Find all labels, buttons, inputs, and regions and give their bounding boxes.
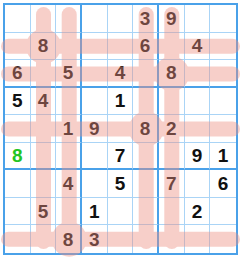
cell-r1c3[interactable] (56, 5, 82, 33)
cell-r6c6[interactable] (133, 143, 159, 171)
cell-r9c5[interactable] (108, 225, 134, 253)
cell-r5c7[interactable]: 2 (159, 115, 185, 143)
cell-r9c9[interactable] (210, 225, 236, 253)
cell-r8c8[interactable]: 2 (185, 198, 211, 226)
cell-r1c5[interactable] (108, 5, 134, 33)
cell-r8c2[interactable]: 5 (31, 198, 57, 226)
cell-r3c1[interactable]: 6 (5, 60, 31, 88)
cell-r6c4[interactable] (82, 143, 108, 171)
cell-r9c6[interactable] (133, 225, 159, 253)
cell-r7c7[interactable]: 7 (159, 170, 185, 198)
cell-r8c5[interactable] (108, 198, 134, 226)
cell-r6c1[interactable]: 8 (5, 143, 31, 171)
cell-r4c2[interactable]: 4 (31, 88, 57, 116)
cell-r9c2[interactable] (31, 225, 57, 253)
cell-r2c5[interactable] (108, 33, 134, 61)
cell-r6c9[interactable]: 1 (210, 143, 236, 171)
cell-r2c6[interactable]: 6 (133, 33, 159, 61)
cell-r2c2[interactable]: 8 (31, 33, 57, 61)
cell-r5c1[interactable] (5, 115, 31, 143)
sudoku-grid: 39864654854119828791457651283 (5, 5, 236, 253)
cell-r8c9[interactable] (210, 198, 236, 226)
cell-r9c8[interactable] (185, 225, 211, 253)
cell-r3c3[interactable]: 5 (56, 60, 82, 88)
cell-r3c6[interactable] (133, 60, 159, 88)
cell-r5c5[interactable] (108, 115, 134, 143)
cell-r9c4[interactable]: 3 (82, 225, 108, 253)
cell-r3c4[interactable] (82, 60, 108, 88)
cell-r4c1[interactable]: 5 (5, 88, 31, 116)
cell-r2c3[interactable] (56, 33, 82, 61)
cell-r7c9[interactable]: 6 (210, 170, 236, 198)
cell-r5c6[interactable]: 8 (133, 115, 159, 143)
cell-r2c8[interactable]: 4 (185, 33, 211, 61)
cell-r1c6[interactable]: 3 (133, 5, 159, 33)
cell-r9c1[interactable] (5, 225, 31, 253)
cell-r7c5[interactable]: 5 (108, 170, 134, 198)
cell-r4c9[interactable] (210, 88, 236, 116)
cell-r5c2[interactable] (31, 115, 57, 143)
cell-r6c2[interactable] (31, 143, 57, 171)
cell-r3c7[interactable]: 8 (159, 60, 185, 88)
cell-r1c1[interactable] (5, 5, 31, 33)
cell-r2c4[interactable] (82, 33, 108, 61)
cell-r2c9[interactable] (210, 33, 236, 61)
cell-r3c8[interactable] (185, 60, 211, 88)
cell-r7c8[interactable] (185, 170, 211, 198)
cell-r9c3[interactable]: 8 (56, 225, 82, 253)
cell-r6c7[interactable] (159, 143, 185, 171)
cell-r1c9[interactable] (210, 5, 236, 33)
cell-r5c9[interactable] (210, 115, 236, 143)
cell-r7c3[interactable]: 4 (56, 170, 82, 198)
cell-r8c7[interactable] (159, 198, 185, 226)
cell-r8c1[interactable] (5, 198, 31, 226)
cell-r7c6[interactable] (133, 170, 159, 198)
cell-r4c6[interactable] (133, 88, 159, 116)
sudoku-grid-border: 39864654854119828791457651283 (3, 3, 238, 255)
cell-r2c7[interactable] (159, 33, 185, 61)
cell-r4c8[interactable] (185, 88, 211, 116)
cell-r4c4[interactable] (82, 88, 108, 116)
cell-r3c5[interactable]: 4 (108, 60, 134, 88)
cell-r3c2[interactable] (31, 60, 57, 88)
cell-r2c1[interactable] (5, 33, 31, 61)
cell-r4c3[interactable] (56, 88, 82, 116)
cell-r8c6[interactable] (133, 198, 159, 226)
cell-r1c4[interactable] (82, 5, 108, 33)
sudoku-board: 39864654854119828791457651283 (0, 0, 241, 258)
cell-r6c3[interactable] (56, 143, 82, 171)
cell-r8c3[interactable] (56, 198, 82, 226)
cell-r7c1[interactable] (5, 170, 31, 198)
cell-r9c7[interactable] (159, 225, 185, 253)
cell-r7c2[interactable] (31, 170, 57, 198)
cell-r6c5[interactable]: 7 (108, 143, 134, 171)
cell-r5c8[interactable] (185, 115, 211, 143)
cell-r5c3[interactable]: 1 (56, 115, 82, 143)
cell-r1c7[interactable]: 9 (159, 5, 185, 33)
cell-r3c9[interactable] (210, 60, 236, 88)
cell-r6c8[interactable]: 9 (185, 143, 211, 171)
cell-r7c4[interactable] (82, 170, 108, 198)
cell-r5c4[interactable]: 9 (82, 115, 108, 143)
cell-r4c5[interactable]: 1 (108, 88, 134, 116)
cell-r1c2[interactable] (31, 5, 57, 33)
cell-r4c7[interactable] (159, 88, 185, 116)
cell-r8c4[interactable]: 1 (82, 198, 108, 226)
cell-r1c8[interactable] (185, 5, 211, 33)
